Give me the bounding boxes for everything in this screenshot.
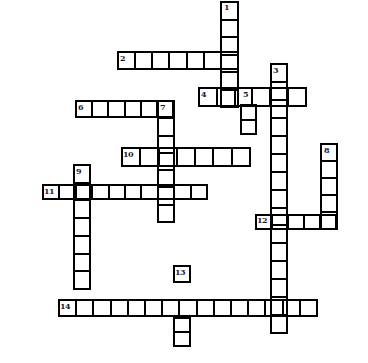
cell[interactable] [215, 301, 232, 315]
clue-number-4: 4 [201, 90, 206, 98]
clue-number-6: 6 [78, 103, 83, 111]
cell[interactable] [205, 53, 222, 68]
cell[interactable] [160, 149, 178, 165]
word-2-across [117, 51, 239, 70]
cell[interactable] [273, 216, 289, 228]
clue-number-13: 13 [175, 268, 185, 276]
word-13-down [173, 317, 191, 347]
word-10-across [121, 147, 251, 167]
clue-number-3: 3 [273, 66, 278, 74]
cell[interactable] [60, 186, 76, 198]
cell[interactable] [136, 53, 153, 68]
clue-number-7: 7 [160, 103, 165, 111]
cell[interactable] [322, 162, 336, 179]
crossword-grid: 1234567891011121314 [0, 0, 368, 363]
cell[interactable] [322, 179, 336, 196]
cell[interactable] [198, 301, 215, 315]
cell[interactable] [142, 186, 158, 198]
cell[interactable] [153, 53, 170, 68]
clue-number-1: 1 [224, 3, 229, 11]
cell[interactable] [142, 102, 158, 116]
cell[interactable] [214, 149, 232, 165]
cell[interactable] [180, 301, 197, 315]
cell[interactable] [272, 244, 286, 262]
cell[interactable] [175, 186, 191, 198]
cell[interactable] [126, 102, 142, 116]
cell[interactable] [192, 186, 206, 198]
cell[interactable] [289, 216, 305, 228]
cell[interactable] [272, 262, 286, 280]
clue-number-12: 12 [257, 216, 267, 224]
cell[interactable] [272, 316, 286, 332]
clue-number-11: 11 [44, 187, 54, 195]
cell[interactable] [272, 173, 286, 191]
cell[interactable] [232, 301, 249, 315]
cell[interactable] [253, 89, 271, 105]
clue-number-2: 2 [120, 54, 125, 62]
cell[interactable] [272, 280, 286, 298]
cell[interactable] [272, 119, 286, 137]
cell[interactable] [284, 301, 301, 315]
cell[interactable] [129, 301, 146, 315]
cell[interactable] [196, 149, 214, 165]
cell[interactable] [289, 89, 305, 105]
cell[interactable] [75, 219, 89, 237]
cell[interactable] [321, 216, 335, 228]
cell[interactable] [242, 106, 255, 121]
cell[interactable] [109, 102, 125, 116]
cell[interactable] [163, 301, 180, 315]
cell[interactable] [93, 102, 109, 116]
clue-number-10: 10 [123, 150, 133, 158]
cell[interactable] [272, 155, 286, 173]
cell[interactable] [77, 186, 93, 198]
cell[interactable] [266, 301, 283, 315]
cell[interactable] [188, 53, 205, 68]
cell[interactable] [75, 201, 89, 219]
cell[interactable] [272, 191, 286, 209]
cell[interactable] [75, 237, 89, 255]
cell[interactable] [75, 272, 89, 288]
cell[interactable] [94, 301, 111, 315]
word-5-down [240, 104, 257, 135]
cell[interactable] [305, 216, 321, 228]
cell[interactable] [112, 301, 129, 315]
word-14-across [58, 299, 318, 317]
cell[interactable] [249, 301, 266, 315]
cell[interactable] [272, 137, 286, 155]
cell[interactable] [178, 149, 196, 165]
clue-number-5: 5 [243, 90, 248, 98]
cell[interactable] [159, 186, 175, 198]
cell[interactable] [110, 186, 126, 198]
cell[interactable] [93, 186, 109, 198]
cell[interactable] [175, 333, 189, 345]
cell[interactable] [233, 149, 249, 165]
cell[interactable] [242, 121, 255, 134]
cell[interactable] [146, 301, 163, 315]
cell[interactable] [322, 196, 336, 213]
cell[interactable] [77, 301, 94, 315]
cell[interactable] [159, 206, 173, 221]
cell[interactable] [141, 149, 159, 165]
cell[interactable] [175, 319, 189, 333]
cell[interactable] [75, 255, 89, 273]
clue-number-14: 14 [60, 302, 70, 310]
cell[interactable] [126, 186, 142, 198]
cell[interactable] [218, 89, 236, 105]
word-9-down [73, 164, 91, 290]
cell[interactable] [159, 119, 173, 136]
clue-number-8: 8 [324, 146, 329, 154]
cell[interactable] [271, 89, 289, 105]
cell[interactable] [222, 53, 237, 68]
word-11-across [42, 184, 208, 200]
cell[interactable] [170, 53, 187, 68]
cell[interactable] [301, 301, 316, 315]
cell[interactable] [222, 21, 237, 39]
clue-number-9: 9 [76, 167, 81, 175]
word-12-across [255, 214, 337, 230]
